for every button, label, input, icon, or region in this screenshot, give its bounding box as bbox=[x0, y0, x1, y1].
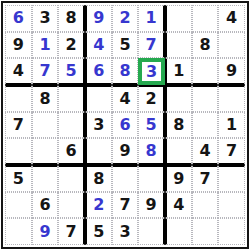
cell-r5c8[interactable] bbox=[192, 112, 219, 139]
cell-r4c8[interactable] bbox=[192, 85, 219, 112]
cell-r1c6[interactable]: 1 bbox=[138, 5, 165, 32]
cell-r7c1[interactable]: 5 bbox=[5, 165, 32, 192]
cell-r9c1[interactable] bbox=[5, 218, 32, 245]
cell-r1c5[interactable]: 2 bbox=[112, 5, 139, 32]
cell-r3c7[interactable]: 1 bbox=[165, 58, 192, 85]
cell-r9c3[interactable]: 7 bbox=[58, 218, 85, 245]
cell-r6c6[interactable]: 8 bbox=[138, 138, 165, 165]
cell-r7c7[interactable]: 9 bbox=[165, 165, 192, 192]
cell-r8c4[interactable]: 2 bbox=[85, 192, 112, 219]
cell-r2c7[interactable] bbox=[165, 32, 192, 59]
cell-r2c6[interactable]: 7 bbox=[138, 32, 165, 59]
cell-r9c8[interactable] bbox=[192, 218, 219, 245]
cell-r9c6[interactable] bbox=[138, 218, 165, 245]
cell-r4c1[interactable] bbox=[5, 85, 32, 112]
cell-r8c9[interactable] bbox=[218, 192, 245, 219]
cell-r4c2[interactable]: 8 bbox=[32, 85, 59, 112]
cell-r3c3[interactable]: 5 bbox=[58, 58, 85, 85]
cell-r2c5[interactable]: 5 bbox=[112, 32, 139, 59]
cell-r2c3[interactable]: 2 bbox=[58, 32, 85, 59]
cell-r3c6[interactable]: 3 bbox=[138, 58, 165, 85]
sudoku-grid: 6389214912457847568319842736581698475897… bbox=[5, 5, 245, 245]
cell-r3c4[interactable]: 6 bbox=[85, 58, 112, 85]
cell-r6c4[interactable] bbox=[85, 138, 112, 165]
cell-r8c2[interactable]: 6 bbox=[32, 192, 59, 219]
sudoku-board: 6389214912457847568319842736581698475897… bbox=[1, 1, 249, 249]
cell-r3c2[interactable]: 7 bbox=[32, 58, 59, 85]
cell-r6c1[interactable] bbox=[5, 138, 32, 165]
cell-r4c7[interactable] bbox=[165, 85, 192, 112]
cell-r8c6[interactable]: 9 bbox=[138, 192, 165, 219]
cell-r3c8[interactable] bbox=[192, 58, 219, 85]
cell-r9c5[interactable]: 3 bbox=[112, 218, 139, 245]
cell-r7c4[interactable]: 8 bbox=[85, 165, 112, 192]
cell-r9c9[interactable] bbox=[218, 218, 245, 245]
cell-r9c7[interactable] bbox=[165, 218, 192, 245]
cell-r6c8[interactable]: 4 bbox=[192, 138, 219, 165]
cell-r8c7[interactable]: 4 bbox=[165, 192, 192, 219]
cell-r1c3[interactable]: 8 bbox=[58, 5, 85, 32]
cell-r7c2[interactable] bbox=[32, 165, 59, 192]
cell-r8c1[interactable] bbox=[5, 192, 32, 219]
cell-r1c9[interactable]: 4 bbox=[218, 5, 245, 32]
cell-r2c1[interactable]: 9 bbox=[5, 32, 32, 59]
cell-r8c5[interactable]: 7 bbox=[112, 192, 139, 219]
cell-r5c2[interactable] bbox=[32, 112, 59, 139]
cell-r5c5[interactable]: 6 bbox=[112, 112, 139, 139]
cell-r9c2[interactable]: 9 bbox=[32, 218, 59, 245]
cell-r1c7[interactable] bbox=[165, 5, 192, 32]
cell-r1c8[interactable] bbox=[192, 5, 219, 32]
cell-r1c1[interactable]: 6 bbox=[5, 5, 32, 32]
cell-r2c8[interactable]: 8 bbox=[192, 32, 219, 59]
cell-r7c9[interactable] bbox=[218, 165, 245, 192]
cell-r1c4[interactable]: 9 bbox=[85, 5, 112, 32]
cell-r6c5[interactable]: 9 bbox=[112, 138, 139, 165]
cell-r7c3[interactable] bbox=[58, 165, 85, 192]
cell-r2c2[interactable]: 1 bbox=[32, 32, 59, 59]
cell-r7c5[interactable] bbox=[112, 165, 139, 192]
sudoku-app: 6389214912457847568319842736581698475897… bbox=[0, 0, 250, 250]
cell-r3c9[interactable]: 9 bbox=[218, 58, 245, 85]
cell-r4c4[interactable] bbox=[85, 85, 112, 112]
cell-r9c4[interactable]: 5 bbox=[85, 218, 112, 245]
cell-r2c9[interactable] bbox=[218, 32, 245, 59]
cell-r4c9[interactable] bbox=[218, 85, 245, 112]
cell-r4c5[interactable]: 4 bbox=[112, 85, 139, 112]
cell-r5c1[interactable]: 7 bbox=[5, 112, 32, 139]
cell-r3c5[interactable]: 8 bbox=[112, 58, 139, 85]
cell-r5c9[interactable]: 1 bbox=[218, 112, 245, 139]
cell-r3c1[interactable]: 4 bbox=[5, 58, 32, 85]
cell-r7c8[interactable]: 7 bbox=[192, 165, 219, 192]
cell-r6c2[interactable] bbox=[32, 138, 59, 165]
cell-r7c6[interactable] bbox=[138, 165, 165, 192]
cell-r6c9[interactable]: 7 bbox=[218, 138, 245, 165]
cell-r5c6[interactable]: 5 bbox=[138, 112, 165, 139]
cell-r5c3[interactable] bbox=[58, 112, 85, 139]
cell-r8c3[interactable] bbox=[58, 192, 85, 219]
cell-r4c6[interactable]: 2 bbox=[138, 85, 165, 112]
cell-r2c4[interactable]: 4 bbox=[85, 32, 112, 59]
cell-r6c7[interactable] bbox=[165, 138, 192, 165]
cell-r4c3[interactable] bbox=[58, 85, 85, 112]
cell-r5c7[interactable]: 8 bbox=[165, 112, 192, 139]
cell-r6c3[interactable]: 6 bbox=[58, 138, 85, 165]
cell-r5c4[interactable]: 3 bbox=[85, 112, 112, 139]
cell-r1c2[interactable]: 3 bbox=[32, 5, 59, 32]
cell-r8c8[interactable] bbox=[192, 192, 219, 219]
